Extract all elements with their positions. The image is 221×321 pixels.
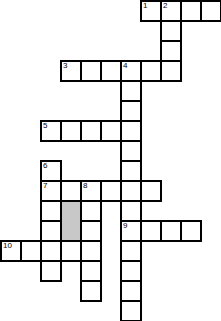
cell-r11-c7[interactable]	[140, 220, 162, 242]
cell-r6-c2[interactable]	[40, 120, 62, 142]
cell-r3-c5[interactable]	[100, 60, 122, 82]
cell-r12-c0[interactable]	[0, 240, 22, 262]
cell-r4-c6[interactable]	[120, 80, 142, 102]
cell-r11-c4[interactable]	[80, 220, 102, 242]
cell-r1-c8[interactable]	[160, 20, 182, 42]
cell-r0-c10[interactable]	[200, 0, 221, 22]
cell-r13-c2[interactable]	[40, 260, 62, 282]
cell-r6-c5[interactable]	[100, 120, 122, 142]
crossword-grid: 12345678910	[0, 0, 221, 321]
cell-r0-c8[interactable]	[160, 0, 182, 22]
cell-r2-c8[interactable]	[160, 40, 182, 62]
cell-r12-c2[interactable]	[40, 240, 62, 262]
cell-r12-c4[interactable]	[80, 240, 102, 262]
cell-r9-c5[interactable]	[100, 180, 122, 202]
cell-r3-c4[interactable]	[80, 60, 102, 82]
cell-r8-c6[interactable]	[120, 160, 142, 182]
cell-r14-c6[interactable]	[120, 280, 142, 302]
cell-r13-c6[interactable]	[120, 260, 142, 282]
cell-r7-c6[interactable]	[120, 140, 142, 162]
cell-r3-c3[interactable]	[60, 60, 82, 82]
cell-r12-c3[interactable]	[60, 240, 82, 262]
cell-r0-c9[interactable]	[180, 0, 202, 22]
cell-r12-c6[interactable]	[120, 240, 142, 262]
cell-r9-c6[interactable]	[120, 180, 142, 202]
cell-r11-c6[interactable]	[120, 220, 142, 242]
cell-r3-c8[interactable]	[160, 60, 182, 82]
cell-r0-c7[interactable]	[140, 0, 162, 22]
cell-r11-c9[interactable]	[180, 220, 202, 242]
cell-r11-c2[interactable]	[40, 220, 62, 242]
cell-r9-c2[interactable]	[40, 180, 62, 202]
cell-r9-c4[interactable]	[80, 180, 102, 202]
cell-r15-c6[interactable]	[120, 300, 142, 321]
cell-r13-c4[interactable]	[80, 260, 102, 282]
cell-r6-c4[interactable]	[80, 120, 102, 142]
cell-r5-c6[interactable]	[120, 100, 142, 122]
cell-r14-c4[interactable]	[80, 280, 102, 302]
cell-r6-c3[interactable]	[60, 120, 82, 142]
cell-r10-c4[interactable]	[80, 200, 102, 222]
shaded-block	[60, 200, 82, 242]
cell-r10-c2[interactable]	[40, 200, 62, 222]
cell-r3-c7[interactable]	[140, 60, 162, 82]
cell-r9-c3[interactable]	[60, 180, 82, 202]
cell-r9-c7[interactable]	[140, 180, 162, 202]
cell-r6-c6[interactable]	[120, 120, 142, 142]
cell-r11-c8[interactable]	[160, 220, 182, 242]
cell-r8-c2[interactable]	[40, 160, 62, 182]
cell-r10-c6[interactable]	[120, 200, 142, 222]
cell-r3-c6[interactable]	[120, 60, 142, 82]
cell-r12-c1[interactable]	[20, 240, 42, 262]
